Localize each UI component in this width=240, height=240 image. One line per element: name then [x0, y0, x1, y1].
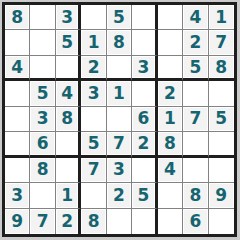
cell-r6c3[interactable]	[56, 132, 81, 157]
cell-r7c1[interactable]	[5, 158, 30, 183]
cell-r1c9[interactable]: 1	[209, 5, 234, 30]
cell-r5c5[interactable]	[107, 107, 132, 132]
cell-r2c5[interactable]: 8	[107, 30, 132, 55]
cell-r3c2[interactable]	[30, 56, 55, 81]
cell-r8c2[interactable]	[30, 183, 55, 208]
cell-r7c6[interactable]	[132, 158, 157, 183]
cell-r3c1[interactable]: 4	[5, 56, 30, 81]
cell-r2c1[interactable]	[5, 30, 30, 55]
cell-r6c8[interactable]	[183, 132, 208, 157]
cell-r9c4[interactable]: 8	[81, 209, 106, 234]
cell-r3c3[interactable]	[56, 56, 81, 81]
cell-r3c8[interactable]: 5	[183, 56, 208, 81]
cell-r2c2[interactable]	[30, 30, 55, 55]
cell-r6c2[interactable]: 6	[30, 132, 55, 157]
cell-r5c2[interactable]: 3	[30, 107, 55, 132]
cell-r2c6[interactable]	[132, 30, 157, 55]
cell-r9c2[interactable]: 7	[30, 209, 55, 234]
cell-r6c5[interactable]: 7	[107, 132, 132, 157]
cell-r9c7[interactable]	[158, 209, 183, 234]
cell-r9c8[interactable]: 6	[183, 209, 208, 234]
cell-r5c6[interactable]: 6	[132, 107, 157, 132]
cell-r4c8[interactable]	[183, 81, 208, 106]
cell-r7c2[interactable]: 8	[30, 158, 55, 183]
cell-r5c8[interactable]: 7	[183, 107, 208, 132]
cell-r6c7[interactable]: 8	[158, 132, 183, 157]
cell-r9c5[interactable]	[107, 209, 132, 234]
cell-r4c2[interactable]: 5	[30, 81, 55, 106]
cell-r1c6[interactable]	[132, 5, 157, 30]
cell-r5c4[interactable]	[81, 107, 106, 132]
cell-r6c9[interactable]	[209, 132, 234, 157]
cell-r4c3[interactable]: 4	[56, 81, 81, 106]
cell-r1c4[interactable]	[81, 5, 106, 30]
cell-r3c6[interactable]: 3	[132, 56, 157, 81]
cell-r2c4[interactable]: 1	[81, 30, 106, 55]
cell-r5c7[interactable]: 1	[158, 107, 183, 132]
cell-r2c3[interactable]: 5	[56, 30, 81, 55]
cell-r9c3[interactable]: 2	[56, 209, 81, 234]
cell-r5c9[interactable]: 5	[209, 107, 234, 132]
cell-r4c6[interactable]	[132, 81, 157, 106]
cell-r8c8[interactable]: 8	[183, 183, 208, 208]
cell-r7c9[interactable]	[209, 158, 234, 183]
cell-r9c6[interactable]	[132, 209, 157, 234]
cell-r3c5[interactable]	[107, 56, 132, 81]
cell-r1c7[interactable]	[158, 5, 183, 30]
cell-r6c4[interactable]: 5	[81, 132, 106, 157]
cell-r2c9[interactable]: 7	[209, 30, 234, 55]
cell-r3c7[interactable]	[158, 56, 183, 81]
cell-r8c5[interactable]: 2	[107, 183, 132, 208]
cell-r4c7[interactable]: 2	[158, 81, 183, 106]
cell-r8c6[interactable]: 5	[132, 183, 157, 208]
cell-r7c7[interactable]: 4	[158, 158, 183, 183]
cell-r1c8[interactable]: 4	[183, 5, 208, 30]
cell-r8c1[interactable]: 3	[5, 183, 30, 208]
cell-r1c5[interactable]: 5	[107, 5, 132, 30]
cell-r7c5[interactable]: 3	[107, 158, 132, 183]
cell-r7c4[interactable]: 7	[81, 158, 106, 183]
cell-r8c4[interactable]	[81, 183, 106, 208]
cell-r1c1[interactable]: 8	[5, 5, 30, 30]
sudoku-board: 8354151827423585431238617565728873431258…	[2, 2, 237, 237]
cell-r4c5[interactable]: 1	[107, 81, 132, 106]
cell-r6c6[interactable]: 2	[132, 132, 157, 157]
cell-r4c4[interactable]: 3	[81, 81, 106, 106]
cell-r5c1[interactable]	[5, 107, 30, 132]
cell-r9c1[interactable]: 9	[5, 209, 30, 234]
cell-r4c1[interactable]	[5, 81, 30, 106]
sudoku-page: 8354151827423585431238617565728873431258…	[0, 0, 240, 240]
cell-r3c9[interactable]: 8	[209, 56, 234, 81]
cell-r9c9[interactable]	[209, 209, 234, 234]
cell-r8c9[interactable]: 9	[209, 183, 234, 208]
cell-r2c7[interactable]	[158, 30, 183, 55]
cell-r8c3[interactable]: 1	[56, 183, 81, 208]
cell-r3c4[interactable]: 2	[81, 56, 106, 81]
cell-r2c8[interactable]: 2	[183, 30, 208, 55]
cell-r4c9[interactable]	[209, 81, 234, 106]
cell-r1c3[interactable]: 3	[56, 5, 81, 30]
cell-r5c3[interactable]: 8	[56, 107, 81, 132]
cell-r8c7[interactable]	[158, 183, 183, 208]
cell-r1c2[interactable]	[30, 5, 55, 30]
cell-r7c3[interactable]	[56, 158, 81, 183]
cell-r6c1[interactable]	[5, 132, 30, 157]
cell-r7c8[interactable]	[183, 158, 208, 183]
